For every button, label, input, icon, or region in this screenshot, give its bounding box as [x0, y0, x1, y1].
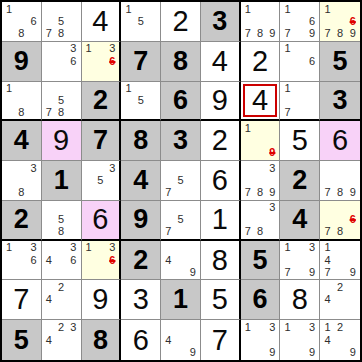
cell-r5c7[interactable]: 3789 — [241, 161, 281, 201]
pencil-marks: 38 — [3, 162, 40, 199]
candidate-8: 8 — [15, 187, 27, 199]
empty-mark — [162, 346, 174, 359]
cell-r9c9[interactable]: 1249 — [320, 320, 360, 360]
cell-r7c2[interactable]: 346 — [42, 241, 82, 281]
eliminated-candidate-6: 6 — [106, 55, 118, 67]
cell-r2c8[interactable]: 16 — [280, 42, 320, 82]
solved-digit: 6 — [332, 126, 348, 155]
empty-mark — [147, 28, 159, 40]
candidate-9: 9 — [306, 346, 318, 359]
empty-mark — [43, 202, 55, 214]
empty-mark — [15, 254, 27, 266]
cell-r4c8[interactable]: 5 — [280, 121, 320, 161]
empty-mark — [266, 214, 278, 226]
empty-mark — [346, 334, 359, 347]
candidate-1: 1 — [281, 43, 293, 55]
empty-mark — [162, 321, 174, 334]
cell-r3c2[interactable]: 578 — [42, 82, 82, 122]
empty-mark — [334, 214, 347, 226]
cell-r6c6[interactable]: 1 — [201, 201, 241, 241]
cell-r4c5[interactable]: 3 — [161, 121, 201, 161]
empty-mark — [3, 94, 15, 106]
empty-mark — [346, 202, 359, 214]
candidate-1: 1 — [281, 3, 293, 15]
empty-mark — [281, 55, 293, 67]
cell-r5c3[interactable]: 35 — [82, 161, 122, 201]
empty-mark — [43, 67, 55, 79]
cell-r5c4[interactable]: 4 — [121, 161, 161, 201]
given-digit: 4 — [14, 127, 29, 154]
empty-mark — [174, 346, 186, 359]
empty-mark — [43, 266, 55, 278]
empty-mark — [346, 162, 359, 174]
pencil-marks: 49 — [162, 242, 199, 279]
empty-mark — [346, 174, 359, 186]
empty-mark — [294, 83, 306, 95]
empty-mark — [334, 15, 347, 27]
empty-mark — [3, 187, 15, 199]
candidate-7: 7 — [242, 28, 254, 40]
empty-mark — [334, 294, 347, 306]
given-digit: 8 — [173, 48, 188, 75]
empty-mark — [67, 106, 79, 118]
cell-r7c3[interactable]: 136 — [82, 241, 122, 281]
empty-mark — [281, 67, 293, 79]
candidate-9: 9 — [266, 346, 278, 359]
empty-mark — [43, 226, 55, 238]
cell-r1c8[interactable]: 1679 — [280, 2, 320, 42]
empty-mark — [94, 67, 106, 79]
empty-mark — [94, 162, 106, 174]
empty-mark — [43, 15, 55, 27]
empty-mark — [294, 346, 306, 359]
candidate-2: 2 — [334, 281, 347, 293]
cell-r7c5[interactable]: 49 — [161, 241, 201, 281]
cell-r7c4[interactable]: 2 — [121, 241, 161, 281]
empty-mark — [122, 94, 134, 106]
empty-mark — [67, 94, 79, 106]
given-digit: 5 — [14, 327, 29, 354]
pencil-marks: 58 — [43, 202, 80, 238]
given-digit: 3 — [333, 87, 348, 114]
empty-mark — [106, 266, 118, 278]
empty-mark — [187, 202, 199, 214]
empty-mark — [187, 242, 199, 254]
empty-mark — [55, 202, 67, 214]
candidate-3: 3 — [266, 321, 278, 334]
cell-r5c6[interactable]: 6 — [201, 161, 241, 201]
empty-mark — [254, 321, 266, 334]
empty-mark — [294, 28, 306, 40]
cell-r8c7[interactable]: 6 — [241, 280, 281, 320]
cell-r9c8[interactable]: 139 — [280, 320, 320, 360]
empty-mark — [83, 266, 95, 278]
cell-r2c1[interactable]: 9 — [2, 42, 42, 82]
given-digit: 9 — [133, 206, 148, 233]
given-digit: 5 — [333, 48, 348, 75]
empty-mark — [346, 306, 359, 318]
empty-mark — [15, 83, 27, 95]
cell-r6c4[interactable]: 9 — [121, 201, 161, 241]
cell-r9c3[interactable]: 8 — [82, 320, 122, 360]
candidate-9: 9 — [306, 28, 318, 40]
empty-mark — [266, 334, 278, 347]
cell-r5c5[interactable]: 57 — [161, 161, 201, 201]
given-digit: 5 — [253, 247, 268, 274]
cell-r1c9[interactable]: 16789 — [320, 2, 360, 42]
given-digit: 4 — [133, 167, 148, 194]
pencil-marks: 578 — [43, 83, 80, 119]
empty-mark — [254, 346, 266, 359]
candidate-8: 8 — [15, 28, 27, 40]
candidate-5: 5 — [135, 94, 147, 106]
candidate-1: 1 — [281, 83, 293, 95]
solved-digit: 8 — [212, 246, 228, 275]
pencil-marks: 16 — [281, 43, 318, 80]
candidate-7: 7 — [321, 187, 334, 199]
candidate-5: 5 — [55, 214, 67, 226]
cell-r6c5[interactable]: 57 — [161, 201, 201, 241]
empty-mark — [294, 3, 306, 15]
cell-r3c3[interactable]: 2 — [82, 82, 122, 122]
empty-mark — [346, 242, 359, 254]
empty-mark — [55, 55, 67, 67]
empty-mark — [174, 266, 186, 278]
candidate-8: 8 — [334, 226, 347, 238]
empty-mark — [242, 334, 254, 347]
empty-mark — [28, 94, 40, 106]
empty-mark — [147, 106, 159, 118]
candidate-1: 1 — [122, 83, 134, 95]
candidate-3: 3 — [306, 321, 318, 334]
empty-mark — [187, 187, 199, 199]
candidate-8: 8 — [254, 28, 266, 40]
candidate-6: 6 — [67, 254, 79, 266]
empty-mark — [55, 3, 67, 15]
empty-mark — [281, 334, 293, 347]
cell-r8c3[interactable]: 9 — [82, 280, 122, 320]
pencil-marks: 136 — [83, 43, 119, 80]
empty-mark — [242, 135, 254, 147]
pencil-marks: 346 — [43, 242, 80, 279]
cell-r9c6[interactable]: 7 — [201, 320, 241, 360]
candidate-6: 6 — [306, 55, 318, 67]
cell-r4c1[interactable]: 4 — [2, 121, 42, 161]
empty-mark — [67, 306, 79, 318]
empty-mark — [334, 162, 347, 174]
candidate-7: 7 — [43, 106, 55, 118]
empty-mark — [122, 28, 134, 40]
candidate-6: 6 — [306, 15, 318, 27]
cell-r6c1[interactable]: 2 — [2, 201, 42, 241]
empty-mark — [321, 306, 334, 318]
empty-mark — [43, 281, 55, 293]
empty-mark — [266, 3, 278, 15]
cell-r6c9[interactable]: 678 — [320, 201, 360, 241]
cell-r9c7[interactable]: 139 — [241, 320, 281, 360]
empty-mark — [321, 346, 334, 359]
cell-r8c4[interactable]: 3 — [121, 280, 161, 320]
cell-r1c4[interactable]: 15 — [121, 2, 161, 42]
cell-r7c6[interactable]: 8 — [201, 241, 241, 281]
empty-mark — [254, 202, 266, 214]
candidate-5: 5 — [94, 174, 106, 186]
empty-mark — [187, 254, 199, 266]
cell-r6c2[interactable]: 58 — [42, 201, 82, 241]
empty-mark — [83, 187, 95, 199]
empty-mark — [28, 187, 40, 199]
candidate-2: 2 — [55, 281, 67, 293]
candidate-7: 7 — [321, 266, 334, 278]
cell-r3c5[interactable]: 6 — [161, 82, 201, 122]
given-digit: 8 — [133, 127, 148, 154]
cell-r4c2[interactable]: 9 — [42, 121, 82, 161]
given-digit: 1 — [54, 167, 69, 194]
empty-mark — [83, 254, 95, 266]
empty-mark — [83, 67, 95, 79]
solved-digit: 8 — [292, 285, 308, 314]
empty-mark — [67, 15, 79, 27]
empty-mark — [306, 94, 318, 106]
cell-r2c2[interactable]: 36 — [42, 42, 82, 82]
empty-mark — [242, 174, 254, 186]
candidate-8: 8 — [334, 28, 347, 40]
empty-mark — [321, 174, 334, 186]
candidate-5: 5 — [55, 15, 67, 27]
pencil-marks: 136 — [3, 242, 40, 279]
empty-mark — [43, 242, 55, 254]
cell-r3c6[interactable]: 9 — [201, 82, 241, 122]
empty-mark — [3, 162, 15, 174]
cell-r5c9[interactable]: 789 — [320, 161, 360, 201]
candidate-2: 2 — [334, 321, 347, 334]
empty-mark — [242, 202, 254, 214]
candidate-3: 3 — [28, 162, 40, 174]
cell-r7c9[interactable]: 1479 — [320, 241, 360, 281]
cell-r2c7[interactable]: 2 — [241, 42, 281, 82]
candidate-8: 8 — [254, 187, 266, 199]
candidate-8: 8 — [55, 226, 67, 238]
given-digit: 7 — [133, 48, 148, 75]
empty-mark — [306, 254, 318, 266]
empty-mark — [135, 3, 147, 15]
empty-mark — [135, 106, 147, 118]
empty-mark — [43, 346, 55, 359]
cell-r1c1[interactable]: 168 — [2, 2, 42, 42]
candidate-9: 9 — [266, 187, 278, 199]
empty-mark — [254, 135, 266, 147]
candidate-8: 8 — [15, 106, 27, 118]
empty-mark — [266, 174, 278, 186]
candidate-4: 4 — [43, 294, 55, 306]
solved-digit: 6 — [212, 166, 228, 195]
cell-r3c8[interactable]: 17 — [280, 82, 320, 122]
cell-r4c7[interactable]: 19 — [241, 121, 281, 161]
cell-r8c5[interactable]: 1 — [161, 280, 201, 320]
empty-mark — [162, 162, 174, 174]
empty-mark — [106, 174, 118, 186]
empty-mark — [346, 254, 359, 266]
empty-mark — [346, 226, 359, 238]
empty-mark — [306, 334, 318, 347]
empty-mark — [55, 346, 67, 359]
pencil-marks: 15 — [122, 83, 159, 119]
empty-mark — [266, 122, 278, 134]
cell-r8c8[interactable]: 8 — [280, 280, 320, 320]
candidate-7: 7 — [162, 226, 174, 238]
cell-r8c9[interactable]: 24 — [320, 280, 360, 320]
empty-mark — [294, 242, 306, 254]
given-digit: 4 — [292, 206, 307, 233]
cell-r5c1[interactable]: 38 — [2, 161, 42, 201]
cell-r2c5[interactable]: 8 — [161, 42, 201, 82]
cell-r9c2[interactable]: 234 — [42, 320, 82, 360]
cell-r4c9[interactable]: 6 — [320, 121, 360, 161]
empty-mark — [55, 294, 67, 306]
empty-mark — [187, 334, 199, 347]
empty-mark — [55, 43, 67, 55]
cell-r6c3[interactable]: 6 — [82, 201, 122, 241]
empty-mark — [334, 254, 347, 266]
empty-mark — [122, 15, 134, 27]
candidate-3: 3 — [28, 242, 40, 254]
empty-mark — [43, 43, 55, 55]
empty-mark — [346, 3, 359, 15]
cell-r1c3[interactable]: 4 — [82, 2, 122, 42]
empty-mark — [346, 294, 359, 306]
given-digit: 3 — [173, 127, 188, 154]
empty-mark — [254, 147, 266, 159]
empty-mark — [15, 3, 27, 15]
cell-r9c4[interactable]: 6 — [121, 320, 161, 360]
cell-r9c5[interactable]: 49 — [161, 320, 201, 360]
candidate-7: 7 — [281, 28, 293, 40]
empty-mark — [334, 242, 347, 254]
cell-r2c9[interactable]: 5 — [320, 42, 360, 82]
empty-mark — [242, 162, 254, 174]
empty-mark — [67, 214, 79, 226]
candidate-9: 9 — [187, 266, 199, 278]
candidate-7: 7 — [242, 187, 254, 199]
candidate-7: 7 — [281, 106, 293, 118]
empty-mark — [67, 294, 79, 306]
pencil-marks: 49 — [162, 321, 199, 359]
candidate-4: 4 — [321, 294, 334, 306]
solved-digit: 5 — [212, 285, 228, 314]
pencil-marks: 789 — [321, 162, 359, 199]
eliminated-candidate-6: 6 — [346, 214, 359, 226]
candidate-9: 9 — [187, 346, 199, 359]
cell-r3c7[interactable]: 4 — [241, 82, 281, 122]
candidate-3: 3 — [67, 43, 79, 55]
empty-mark — [55, 266, 67, 278]
candidate-2: 2 — [55, 321, 67, 334]
empty-mark — [321, 162, 334, 174]
empty-mark — [83, 55, 95, 67]
empty-mark — [28, 266, 40, 278]
cell-r5c8[interactable]: 2 — [280, 161, 320, 201]
cell-r1c7[interactable]: 1789 — [241, 2, 281, 42]
empty-mark — [3, 174, 15, 186]
eliminated-candidate-9: 9 — [266, 147, 278, 159]
cell-r6c8[interactable]: 4 — [280, 201, 320, 241]
empty-mark — [94, 187, 106, 199]
cell-r4c6[interactable]: 2 — [201, 121, 241, 161]
cell-r9c1[interactable]: 5 — [2, 320, 42, 360]
empty-mark — [162, 202, 174, 214]
cell-r5c2[interactable]: 1 — [42, 161, 82, 201]
empty-mark — [28, 83, 40, 95]
pencil-marks: 36 — [43, 43, 80, 80]
empty-mark — [43, 306, 55, 318]
empty-mark — [162, 214, 174, 226]
empty-mark — [266, 15, 278, 27]
solved-digit: 9 — [92, 285, 108, 314]
cell-r1c6[interactable]: 3 — [201, 2, 241, 42]
given-digit: 1 — [173, 286, 188, 313]
given-digit: 2 — [14, 206, 29, 233]
candidate-9: 9 — [346, 346, 359, 359]
empty-mark — [294, 254, 306, 266]
empty-mark — [281, 15, 293, 27]
pencil-marks: 1479 — [321, 242, 359, 279]
empty-mark — [3, 266, 15, 278]
cell-r2c3[interactable]: 136 — [82, 42, 122, 82]
empty-mark — [3, 15, 15, 27]
cell-r2c4[interactable]: 7 — [121, 42, 161, 82]
solved-digit: 6 — [133, 326, 149, 355]
cell-r7c7[interactable]: 5 — [241, 241, 281, 281]
solved-digit: 1 — [212, 205, 228, 234]
empty-mark — [94, 242, 106, 254]
cell-r3c9[interactable]: 3 — [320, 82, 360, 122]
cell-r8c2[interactable]: 24 — [42, 280, 82, 320]
cell-r7c1[interactable]: 136 — [2, 241, 42, 281]
cell-r4c3[interactable]: 7 — [82, 121, 122, 161]
cell-r1c5[interactable]: 2 — [161, 2, 201, 42]
candidate-1: 1 — [321, 242, 334, 254]
cell-r4c4[interactable]: 8 — [121, 121, 161, 161]
empty-mark — [43, 94, 55, 106]
empty-mark — [266, 226, 278, 238]
pencil-marks: 24 — [43, 281, 80, 318]
empty-mark — [43, 55, 55, 67]
given-digit: 8 — [93, 327, 108, 354]
candidate-7: 7 — [242, 226, 254, 238]
empty-mark — [43, 83, 55, 95]
cell-r3c1[interactable]: 18 — [2, 82, 42, 122]
empty-mark — [67, 3, 79, 15]
empty-mark — [43, 214, 55, 226]
candidate-3: 3 — [266, 202, 278, 214]
cell-r2c6[interactable]: 4 — [201, 42, 241, 82]
pencil-marks: 35 — [83, 162, 119, 199]
empty-mark — [67, 346, 79, 359]
cell-r3c4[interactable]: 15 — [121, 82, 161, 122]
cell-r7c8[interactable]: 1379 — [280, 241, 320, 281]
empty-mark — [162, 174, 174, 186]
cell-r8c6[interactable]: 5 — [201, 280, 241, 320]
empty-mark — [174, 162, 186, 174]
cell-r1c2[interactable]: 578 — [42, 2, 82, 42]
empty-mark — [254, 15, 266, 27]
empty-mark — [106, 67, 118, 79]
cell-r6c7[interactable]: 378 — [241, 201, 281, 241]
cell-r8c1[interactable]: 7 — [2, 280, 42, 320]
empty-mark — [174, 242, 186, 254]
empty-mark — [147, 3, 159, 15]
candidate-1: 1 — [281, 321, 293, 334]
